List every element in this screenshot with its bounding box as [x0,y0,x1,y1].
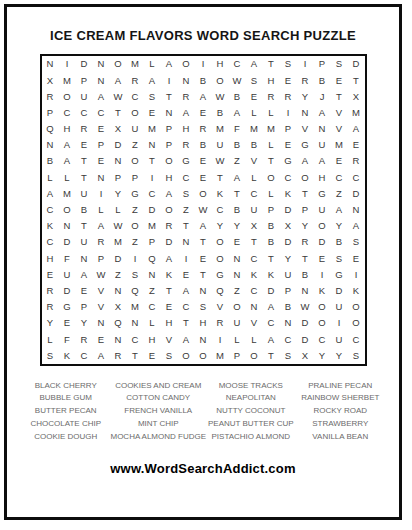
grid-cell-r7c9: G [178,153,195,169]
grid-cell-r5c13: M [246,121,263,137]
grid-cell-r18c16: D [297,331,314,347]
grid-cell-r15c12: Z [229,283,246,299]
grid-cell-r4c14: L [263,105,280,121]
grid-cell-r18c4: E [93,331,110,347]
grid-cell-r5c4: E [93,121,110,137]
grid-cell-r15c1: R [42,283,59,299]
grid-cell-r6c14: L [263,137,280,153]
grid-cell-r9c8: A [161,186,178,202]
grid-cell-r18c11: I [212,331,229,347]
grid-cell-r4c15: I [280,105,297,121]
grid-cell-r15c7: Z [144,283,161,299]
grid-cell-r10c19: N [348,202,365,218]
grid-cell-r8c17: H [314,169,331,185]
grid-cell-r19c1: S [42,347,59,363]
grid-cell-r15c17: K [314,283,331,299]
word-list-column: MOOSE TRACKSNEAPOLITANNUTTY COCONUTPEANU… [206,380,295,444]
grid-cell-r5c14: M [263,121,280,137]
grid-cell-r8c18: C [331,169,348,185]
grid-cell-r10c16: P [297,202,314,218]
grid-cell-r15c13: C [246,283,263,299]
grid-cell-r3c17: J [314,88,331,104]
grid-cell-r12c4: R [93,234,110,250]
grid-cell-r9c11: K [212,186,229,202]
grid-cell-r19c10: O [195,347,212,363]
grid-cell-r12c1: C [42,234,59,250]
grid-cell-r13c16: T [297,250,314,266]
grid-cell-r6c15: E [280,137,297,153]
grid-cell-r2c16: R [297,72,314,88]
grid-cell-r7c5: N [110,153,127,169]
grid-cell-r10c5: L [110,202,127,218]
grid-cell-r18c8: V [161,331,178,347]
grid-cell-r17c1: Y [42,315,59,331]
grid-cell-r15c11: Q [212,283,229,299]
grid-cell-r5c7: M [144,121,161,137]
grid-cell-r11c16: Y [297,218,314,234]
grid-cell-r5c18: V [331,121,348,137]
grid-cell-r1c1: N [42,56,59,72]
grid-cell-r16c5: X [110,299,127,315]
grid-cell-r13c15: Y [280,250,297,266]
grid-cell-r10c3: B [76,202,93,218]
grid-cell-r17c15: N [280,315,297,331]
grid-cell-r8c14: O [263,169,280,185]
grid-cell-r5c19: A [348,121,365,137]
grid-cell-r8c10: E [195,169,212,185]
grid-cell-r9c1: A [42,186,59,202]
grid-cell-r3c5: W [110,88,127,104]
grid-cell-r12c6: Z [127,234,144,250]
grid-cell-r8c3: T [76,169,93,185]
grid-cell-r15c6: Q [127,283,144,299]
grid-cell-r18c15: C [280,331,297,347]
grid-cell-r10c18: A [331,202,348,218]
grid-cell-r10c10: W [195,202,212,218]
grid-cell-r14c6: S [127,266,144,282]
grid-cell-r12c18: B [331,234,348,250]
grid-cell-r1c15: S [280,56,297,72]
grid-cell-r16c16: W [297,299,314,315]
grid-cell-r18c14: A [263,331,280,347]
grid-cell-r9c10: O [195,186,212,202]
grid-cell-r11c7: M [144,218,161,234]
grid-cell-r6c2: A [59,137,76,153]
grid-cell-r1c6: M [127,56,144,72]
grid-cell-r14c1: E [42,266,59,282]
grid-cell-r12c8: D [161,234,178,250]
grid-cell-r18c5: N [110,331,127,347]
grid-cell-r17c4: N [93,315,110,331]
grid-cell-r5c16: V [297,121,314,137]
grid-cell-r17c16: D [297,315,314,331]
word-list-item: PISTACHIO ALMOND [206,431,295,444]
grid-cell-r8c12: A [229,169,246,185]
grid-cell-r7c4: E [93,153,110,169]
grid-cell-r1c18: S [331,56,348,72]
grid-cell-r15c15: P [280,283,297,299]
grid-cell-r8c5: P [110,169,127,185]
grid-cell-r15c9: A [178,283,195,299]
grid-cell-r2c1: X [42,72,59,88]
grid-cell-r6c17: U [314,137,331,153]
grid-cell-r19c14: T [263,347,280,363]
grid-cell-r2c18: E [331,72,348,88]
grid-cell-r8c6: P [127,169,144,185]
grid-cell-r8c7: I [144,169,161,185]
grid-cell-r6c19: E [348,137,365,153]
grid-cell-r11c14: B [263,218,280,234]
grid-cell-r18c12: L [229,331,246,347]
word-list-item: MOCHA ALMOND FUDGE [110,431,206,444]
grid-cell-r17c18: I [331,315,348,331]
grid-cell-r1c13: A [246,56,263,72]
grid-cell-r17c13: V [246,315,263,331]
grid-cell-r2c19: T [348,72,365,88]
grid-cell-r14c4: W [93,266,110,282]
grid-cell-r3c14: R [263,88,280,104]
grid-cell-r9c9: S [178,186,195,202]
grid-cell-r7c7: T [144,153,161,169]
grid-cell-r8c16: O [297,169,314,185]
grid-cell-r8c4: N [93,169,110,185]
grid-cell-r2c5: A [110,72,127,88]
grid-cell-r16c1: R [42,299,59,315]
grid-cell-r16c7: C [144,299,161,315]
grid-cell-r4c6: O [127,105,144,121]
grid-cell-r14c15: U [280,266,297,282]
grid-cell-r15c3: E [76,283,93,299]
grid-cell-r11c11: Y [212,218,229,234]
grid-cell-r6c10: B [195,137,212,153]
grid-cell-r5c9: H [178,121,195,137]
grid-cell-r2c15: E [280,72,297,88]
grid-cell-r16c8: E [161,299,178,315]
puzzle-title: ICE CREAM FLAVORS WORD SEARCH PUZZLE [7,28,399,43]
grid-cell-r4c2: C [59,105,76,121]
grid-cell-r13c12: N [229,250,246,266]
grid-cell-r5c8: P [161,121,178,137]
word-list-column: PRALINE PECANRAINBOW SHERBETROCKY ROADST… [296,380,385,444]
word-list: BLACK CHERRYBUBBLE GUMBUTTER PECANCHOCOL… [21,380,385,444]
grid-cell-r8c13: L [246,169,263,185]
grid-cell-r10c17: U [314,202,331,218]
grid-cell-r19c13: O [246,347,263,363]
grid-cell-r10c2: O [59,202,76,218]
grid-cell-r9c7: C [144,186,161,202]
grid-cell-r15c4: V [93,283,110,299]
grid-cell-r4c4: C [93,105,110,121]
grid-cell-r8c1: L [42,169,59,185]
page-border: ICE CREAM FLAVORS WORD SEARCH PUZZLE NID… [4,4,402,520]
grid-cell-r13c9: I [178,250,195,266]
grid-cell-r13c3: N [76,250,93,266]
grid-cell-r11c15: X [280,218,297,234]
grid-cell-r15c16: N [297,283,314,299]
grid-cell-r7c12: Z [229,153,246,169]
grid-cell-r19c9: O [178,347,195,363]
grid-cell-r14c9: E [178,266,195,282]
grid-cell-r17c10: H [195,315,212,331]
grid-cell-r11c12: Y [229,218,246,234]
grid-cell-r11c1: K [42,218,59,234]
word-list-item: NEAPOLITAN [206,392,295,405]
grid-cell-r1c14: T [263,56,280,72]
word-list-item: FRENCH VANILLA [110,405,206,418]
grid-cell-r19c5: R [110,347,127,363]
grid-cell-r14c18: G [331,266,348,282]
word-list-column: COOKIES AND CREAMCOTTON CANDYFRENCH VANI… [110,380,206,444]
grid-cell-r3c1: R [42,88,59,104]
grid-cell-r13c10: E [195,250,212,266]
grid-cell-r15c14: D [263,283,280,299]
grid-cell-r1c5: O [110,56,127,72]
grid-cell-r14c2: U [59,266,76,282]
grid-cell-r12c13: T [246,234,263,250]
grid-cell-r9c16: T [297,186,314,202]
grid-cell-r5c10: R [195,121,212,137]
grid-cell-r12c16: R [297,234,314,250]
grid-cell-r8c2: L [59,169,76,185]
grid-cell-r9c3: U [76,186,93,202]
grid-cell-r18c2: F [59,331,76,347]
grid-cell-r11c3: T [76,218,93,234]
grid-cell-r7c8: O [161,153,178,169]
grid-cell-r16c19: O [348,299,365,315]
grid-cell-r6c3: E [76,137,93,153]
grid-cell-r6c11: U [212,137,229,153]
grid-cell-r14c17: I [314,266,331,282]
grid-cell-r14c16: B [297,266,314,282]
grid-cell-r15c8: T [161,283,178,299]
grid-cell-r16c15: B [280,299,297,315]
word-list-item: CHOCOLATE CHIP [21,418,110,431]
grid-cell-r5c1: Q [42,121,59,137]
grid-cell-r9c17: G [314,186,331,202]
grid-cell-r13c8: A [161,250,178,266]
grid-cell-r7c14: T [263,153,280,169]
grid-cell-r2c12: W [229,72,246,88]
grid-cell-r1c19: D [348,56,365,72]
word-list-item: STRAWBERRY [296,418,385,431]
grid-cell-r5c11: M [212,121,229,137]
grid-cell-r6c7: N [144,137,161,153]
grid-cell-r1c2: I [59,56,76,72]
grid-cell-r3c7: S [144,88,161,104]
grid-cell-r3c18: T [331,88,348,104]
grid-cell-r1c7: L [144,56,161,72]
grid-cell-r4c12: A [229,105,246,121]
grid-cell-r13c19: E [348,250,365,266]
grid-cell-r14c3: A [76,266,93,282]
grid-cell-r6c18: M [331,137,348,153]
grid-cell-r3c8: T [161,88,178,104]
grid-cell-r19c18: Y [331,347,348,363]
grid-cell-r2c14: H [263,72,280,88]
grid-cell-r13c18: S [331,250,348,266]
grid-cell-r5c15: P [280,121,297,137]
grid-cell-r15c5: N [110,283,127,299]
grid-cell-r17c19: O [348,315,365,331]
grid-cell-r16c14: A [263,299,280,315]
grid-cell-r8c15: C [280,169,297,185]
grid-cell-r6c6: Z [127,137,144,153]
grid-cell-r4c13: L [246,105,263,121]
grid-cell-r6c4: P [93,137,110,153]
grid-cell-r2c11: O [212,72,229,88]
grid-cell-r4c16: N [297,105,314,121]
grid-cell-r14c12: N [229,266,246,282]
grid-cell-r7c3: T [76,153,93,169]
grid-cell-r4c10: E [195,105,212,121]
grid-cell-r19c2: K [59,347,76,363]
grid-cell-r12c14: B [263,234,280,250]
grid-cell-r11c4: A [93,218,110,234]
grid-cell-r1c4: N [93,56,110,72]
grid-cell-r13c7: Q [144,250,161,266]
grid-cell-r2c2: M [59,72,76,88]
grid-cell-r7c13: V [246,153,263,169]
word-list-item: COOKIE DOUGH [21,431,110,444]
grid-cell-r3c11: W [212,88,229,104]
grid-cell-r16c17: O [314,299,331,315]
grid-cell-r3c16: Y [297,88,314,104]
word-list-item: PEANUT BUTTER CUP [206,418,295,431]
grid-cell-r14c14: K [263,266,280,282]
grid-cell-r15c18: D [331,283,348,299]
grid-cell-r4c17: A [314,105,331,121]
grid-cell-r1c10: I [195,56,212,72]
grid-cell-r9c4: I [93,186,110,202]
grid-cell-r5c6: U [127,121,144,137]
grid-cell-r10c12: B [229,202,246,218]
grid-cell-r16c4: V [93,299,110,315]
word-list-item: VANILLA BEAN [296,431,385,444]
grid-cell-r13c11: O [212,250,229,266]
grid-cell-r17c17: O [314,315,331,331]
grid-cell-r3c13: E [246,88,263,104]
grid-cell-r15c10: N [195,283,212,299]
grid-cell-r2c3: P [76,72,93,88]
grid-cell-r3c6: C [127,88,144,104]
grid-cell-r2c6: R [127,72,144,88]
grid-cell-r13c17: E [314,250,331,266]
grid-cell-r7c18: E [331,153,348,169]
grid-cell-r9c15: K [280,186,297,202]
grid-cell-r19c8: S [161,347,178,363]
grid-cell-r12c7: P [144,234,161,250]
grid-cell-r5c3: R [76,121,93,137]
grid-cell-r10c1: C [42,202,59,218]
grid-cell-r19c11: M [212,347,229,363]
grid-cell-r13c14: T [263,250,280,266]
grid-cell-r14c11: G [212,266,229,282]
grid-cell-r10c6: Z [127,202,144,218]
grid-cell-r6c8: P [161,137,178,153]
grid-cell-r3c12: B [229,88,246,104]
grid-cell-r10c14: P [263,202,280,218]
grid-cell-r11c18: Y [331,218,348,234]
grid-cell-r10c13: U [246,202,263,218]
grid-cell-r8c19: C [348,169,365,185]
grid-cell-r16c11: V [212,299,229,315]
grid-cell-r18c18: U [331,331,348,347]
grid-cell-r18c17: C [314,331,331,347]
grid-cell-r3c4: A [93,88,110,104]
grid-cell-r12c5: M [110,234,127,250]
grid-cell-r8c11: T [212,169,229,185]
grid-cell-r4c1: P [42,105,59,121]
grid-cell-r7c2: A [59,153,76,169]
grid-cell-r19c7: E [144,347,161,363]
grid-cell-r17c7: L [144,315,161,331]
grid-cell-r17c3: Y [76,315,93,331]
grid-cell-r8c9: C [178,169,195,185]
grid-cell-r17c6: N [127,315,144,331]
grid-cell-r10c8: O [161,202,178,218]
grid-cell-r18c7: H [144,331,161,347]
grid-cell-r4c19: M [348,105,365,121]
word-list-item: NUTTY COCONUT [206,405,295,418]
grid-cell-r17c14: C [263,315,280,331]
grid-cell-r18c13: L [246,331,263,347]
grid-cell-r9c2: M [59,186,76,202]
grid-cell-r17c11: R [212,315,229,331]
grid-cell-r11c17: O [314,218,331,234]
grid-cell-r12c3: U [76,234,93,250]
grid-cell-r11c2: N [59,218,76,234]
word-list-item: BLACK CHERRY [21,380,110,393]
grid-cell-r11c6: O [127,218,144,234]
grid-cell-r1c16: I [297,56,314,72]
grid-cell-r19c3: C [76,347,93,363]
grid-cell-r7c6: O [127,153,144,169]
grid-cell-r7c15: G [280,153,297,169]
grid-cell-r7c10: E [195,153,212,169]
word-list-item: COTTON CANDY [110,392,206,405]
grid-cell-r9c6: G [127,186,144,202]
grid-cell-r6c5: D [110,137,127,153]
grid-cell-r13c4: P [93,250,110,266]
grid-cell-r12c10: T [195,234,212,250]
grid-cell-r3c15: R [280,88,297,104]
grid-cell-r14c5: Z [110,266,127,282]
grid-cell-r6c9: R [178,137,195,153]
grid-cell-r19c4: A [93,347,110,363]
grid-cell-r7c11: W [212,153,229,169]
grid-cell-r2c7: A [144,72,161,88]
grid-cell-r10c4: L [93,202,110,218]
grid-cell-r16c18: U [331,299,348,315]
grid-cell-r3c3: U [76,88,93,104]
grid-cell-r1c17: P [314,56,331,72]
grid-cell-r1c12: C [229,56,246,72]
grid-cell-r11c9: T [178,218,195,234]
grid-cell-r3c19: X [348,88,365,104]
grid-cell-r4c7: E [144,105,161,121]
grid-cell-r6c1: N [42,137,59,153]
grid-cell-r13c13: C [246,250,263,266]
grid-cell-r12c15: D [280,234,297,250]
grid-cell-r7c16: A [297,153,314,169]
grid-cell-r19c16: X [297,347,314,363]
grid-cell-r5c12: F [229,121,246,137]
grid-cell-r11c5: W [110,218,127,234]
grid-cell-r12c11: O [212,234,229,250]
grid-cell-r12c12: E [229,234,246,250]
word-list-item: MINT CHIP [110,418,206,431]
grid-cell-r12c17: D [314,234,331,250]
